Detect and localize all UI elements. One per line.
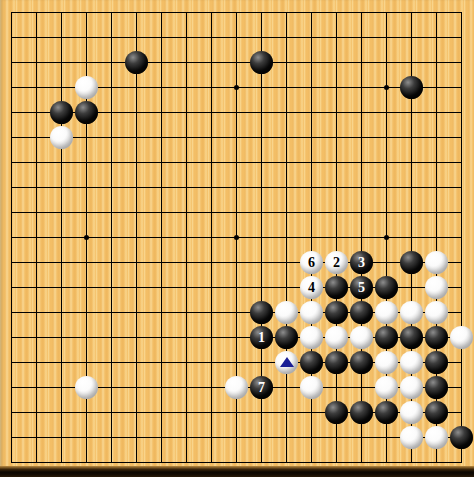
- intersection[interactable]: [424, 50, 449, 75]
- intersection[interactable]: [224, 150, 249, 175]
- intersection[interactable]: [124, 50, 149, 75]
- intersection[interactable]: [199, 75, 224, 100]
- intersection[interactable]: [324, 400, 349, 425]
- intersection[interactable]: [374, 0, 399, 25]
- intersection[interactable]: [74, 150, 99, 175]
- intersection[interactable]: [349, 425, 374, 450]
- intersection[interactable]: [124, 100, 149, 125]
- intersection[interactable]: [124, 0, 149, 25]
- intersection[interactable]: [424, 400, 449, 425]
- intersection[interactable]: [374, 250, 399, 275]
- intersection[interactable]: [24, 0, 49, 25]
- intersection[interactable]: [149, 275, 174, 300]
- intersection[interactable]: [399, 275, 424, 300]
- intersection[interactable]: [174, 175, 199, 200]
- intersection[interactable]: [74, 125, 99, 150]
- intersection[interactable]: [349, 225, 374, 250]
- intersection[interactable]: [324, 200, 349, 225]
- intersection[interactable]: [149, 50, 174, 75]
- intersection[interactable]: [49, 200, 74, 225]
- intersection[interactable]: [299, 50, 324, 75]
- intersection[interactable]: [349, 50, 374, 75]
- intersection[interactable]: [74, 350, 99, 375]
- intersection[interactable]: [299, 200, 324, 225]
- intersection[interactable]: [324, 425, 349, 450]
- intersection[interactable]: [249, 175, 274, 200]
- intersection[interactable]: [399, 150, 424, 175]
- intersection[interactable]: [449, 350, 474, 375]
- intersection[interactable]: [174, 275, 199, 300]
- intersection[interactable]: [0, 25, 24, 50]
- intersection[interactable]: [149, 25, 174, 50]
- intersection[interactable]: [224, 300, 249, 325]
- intersection[interactable]: [249, 50, 274, 75]
- intersection[interactable]: [324, 25, 349, 50]
- intersection[interactable]: [224, 50, 249, 75]
- intersection[interactable]: [224, 425, 249, 450]
- intersection[interactable]: [199, 400, 224, 425]
- intersection[interactable]: [324, 100, 349, 125]
- intersection[interactable]: [0, 400, 24, 425]
- intersection[interactable]: [49, 100, 74, 125]
- intersection[interactable]: [349, 150, 374, 175]
- intersection[interactable]: [349, 375, 374, 400]
- intersection[interactable]: [374, 150, 399, 175]
- intersection[interactable]: [449, 175, 474, 200]
- intersection[interactable]: [449, 25, 474, 50]
- intersection[interactable]: [374, 25, 399, 50]
- intersection[interactable]: [24, 175, 49, 200]
- intersection[interactable]: [174, 125, 199, 150]
- intersection[interactable]: [424, 250, 449, 275]
- intersection[interactable]: [424, 275, 449, 300]
- intersection[interactable]: [174, 100, 199, 125]
- intersection[interactable]: [424, 175, 449, 200]
- intersection[interactable]: [49, 225, 74, 250]
- intersection[interactable]: [174, 375, 199, 400]
- intersection[interactable]: [99, 425, 124, 450]
- intersection[interactable]: [24, 100, 49, 125]
- intersection[interactable]: [424, 350, 449, 375]
- intersection[interactable]: [374, 325, 399, 350]
- intersection[interactable]: [374, 225, 399, 250]
- intersection[interactable]: [424, 325, 449, 350]
- intersection[interactable]: [74, 300, 99, 325]
- intersection[interactable]: [324, 125, 349, 150]
- intersection[interactable]: [299, 350, 324, 375]
- intersection[interactable]: [399, 375, 424, 400]
- intersection[interactable]: [99, 175, 124, 200]
- intersection[interactable]: [299, 225, 324, 250]
- intersection[interactable]: [424, 150, 449, 175]
- intersection[interactable]: [399, 425, 424, 450]
- intersection[interactable]: [299, 75, 324, 100]
- intersection[interactable]: [49, 275, 74, 300]
- intersection[interactable]: [274, 325, 299, 350]
- intersection[interactable]: [299, 400, 324, 425]
- intersection[interactable]: [324, 375, 349, 400]
- intersection[interactable]: [124, 250, 149, 275]
- intersection[interactable]: [199, 25, 224, 50]
- intersection[interactable]: [249, 125, 274, 150]
- intersection[interactable]: [124, 75, 149, 100]
- intersection[interactable]: [0, 50, 24, 75]
- intersection[interactable]: [174, 250, 199, 275]
- intersection[interactable]: [249, 25, 274, 50]
- intersection[interactable]: [349, 300, 374, 325]
- intersection[interactable]: [74, 100, 99, 125]
- intersection[interactable]: [374, 300, 399, 325]
- intersection[interactable]: [399, 125, 424, 150]
- intersection[interactable]: [0, 200, 24, 225]
- intersection[interactable]: [374, 200, 399, 225]
- intersection[interactable]: [449, 275, 474, 300]
- intersection[interactable]: [374, 400, 399, 425]
- intersection[interactable]: [274, 50, 299, 75]
- intersection[interactable]: [324, 325, 349, 350]
- intersection[interactable]: [274, 175, 299, 200]
- intersection[interactable]: [174, 150, 199, 175]
- intersection[interactable]: 1: [249, 325, 274, 350]
- intersection[interactable]: [199, 225, 224, 250]
- intersection[interactable]: [274, 350, 299, 375]
- intersection[interactable]: [449, 0, 474, 25]
- intersection[interactable]: [199, 125, 224, 150]
- intersection[interactable]: [49, 75, 74, 100]
- intersection[interactable]: [24, 325, 49, 350]
- intersection[interactable]: [399, 75, 424, 100]
- intersection[interactable]: [149, 325, 174, 350]
- intersection[interactable]: [224, 200, 249, 225]
- intersection[interactable]: [374, 375, 399, 400]
- intersection[interactable]: [299, 25, 324, 50]
- intersection[interactable]: [399, 50, 424, 75]
- intersection[interactable]: [274, 150, 299, 175]
- intersection[interactable]: [74, 375, 99, 400]
- intersection[interactable]: [49, 325, 74, 350]
- intersection[interactable]: [249, 300, 274, 325]
- intersection[interactable]: [199, 275, 224, 300]
- intersection[interactable]: [199, 425, 224, 450]
- intersection[interactable]: [149, 100, 174, 125]
- intersection[interactable]: [74, 325, 99, 350]
- intersection[interactable]: [199, 150, 224, 175]
- intersection[interactable]: [49, 150, 74, 175]
- intersection[interactable]: [424, 375, 449, 400]
- intersection[interactable]: 2: [324, 250, 349, 275]
- intersection[interactable]: [449, 225, 474, 250]
- intersection[interactable]: [324, 175, 349, 200]
- intersection[interactable]: [124, 200, 149, 225]
- intersection[interactable]: [449, 425, 474, 450]
- intersection[interactable]: [99, 375, 124, 400]
- intersection[interactable]: [124, 375, 149, 400]
- intersection[interactable]: [124, 25, 149, 50]
- intersection[interactable]: [249, 200, 274, 225]
- intersection[interactable]: [49, 250, 74, 275]
- intersection[interactable]: [424, 125, 449, 150]
- intersection[interactable]: [174, 50, 199, 75]
- intersection[interactable]: 5: [349, 275, 374, 300]
- intersection[interactable]: [74, 425, 99, 450]
- intersection[interactable]: [49, 375, 74, 400]
- intersection[interactable]: [149, 400, 174, 425]
- intersection[interactable]: [399, 0, 424, 25]
- intersection[interactable]: [99, 250, 124, 275]
- intersection[interactable]: [49, 425, 74, 450]
- intersection[interactable]: [149, 375, 174, 400]
- intersection[interactable]: [99, 0, 124, 25]
- intersection[interactable]: [299, 125, 324, 150]
- intersection[interactable]: [199, 100, 224, 125]
- intersection[interactable]: [149, 175, 174, 200]
- intersection[interactable]: [324, 225, 349, 250]
- intersection[interactable]: [224, 100, 249, 125]
- intersection[interactable]: [0, 225, 24, 250]
- intersection[interactable]: [349, 175, 374, 200]
- intersection[interactable]: [274, 100, 299, 125]
- intersection[interactable]: [49, 400, 74, 425]
- intersection[interactable]: [274, 225, 299, 250]
- intersection[interactable]: [299, 300, 324, 325]
- intersection[interactable]: [49, 125, 74, 150]
- intersection[interactable]: [274, 250, 299, 275]
- intersection[interactable]: [199, 250, 224, 275]
- intersection[interactable]: [349, 350, 374, 375]
- intersection[interactable]: [99, 350, 124, 375]
- intersection[interactable]: [249, 400, 274, 425]
- intersection[interactable]: [0, 325, 24, 350]
- intersection[interactable]: [74, 50, 99, 75]
- intersection[interactable]: [24, 350, 49, 375]
- intersection[interactable]: [99, 400, 124, 425]
- intersection[interactable]: [124, 425, 149, 450]
- intersection[interactable]: [349, 200, 374, 225]
- intersection[interactable]: [374, 125, 399, 150]
- intersection[interactable]: [299, 0, 324, 25]
- intersection[interactable]: [0, 350, 24, 375]
- intersection[interactable]: [149, 300, 174, 325]
- intersection[interactable]: [0, 100, 24, 125]
- intersection[interactable]: [399, 350, 424, 375]
- intersection[interactable]: [149, 150, 174, 175]
- intersection[interactable]: [0, 250, 24, 275]
- intersection[interactable]: [174, 75, 199, 100]
- intersection[interactable]: [349, 75, 374, 100]
- intersection[interactable]: [124, 300, 149, 325]
- intersection[interactable]: [449, 125, 474, 150]
- intersection[interactable]: [224, 175, 249, 200]
- intersection[interactable]: [374, 75, 399, 100]
- intersection[interactable]: [199, 175, 224, 200]
- intersection[interactable]: [224, 25, 249, 50]
- intersection[interactable]: [199, 50, 224, 75]
- intersection[interactable]: [224, 225, 249, 250]
- intersection[interactable]: [274, 0, 299, 25]
- intersection[interactable]: [199, 0, 224, 25]
- intersection[interactable]: [324, 350, 349, 375]
- intersection[interactable]: [274, 300, 299, 325]
- intersection[interactable]: [24, 375, 49, 400]
- intersection[interactable]: [149, 0, 174, 25]
- intersection[interactable]: [224, 325, 249, 350]
- intersection[interactable]: [149, 125, 174, 150]
- intersection[interactable]: [324, 300, 349, 325]
- intersection[interactable]: [274, 200, 299, 225]
- intersection[interactable]: [0, 175, 24, 200]
- intersection[interactable]: [0, 75, 24, 100]
- intersection[interactable]: [249, 250, 274, 275]
- intersection[interactable]: [224, 375, 249, 400]
- intersection[interactable]: [224, 0, 249, 25]
- intersection[interactable]: [174, 350, 199, 375]
- intersection[interactable]: [224, 250, 249, 275]
- intersection[interactable]: [124, 400, 149, 425]
- intersection[interactable]: [449, 75, 474, 100]
- intersection[interactable]: 7: [249, 375, 274, 400]
- intersection[interactable]: [149, 425, 174, 450]
- intersection[interactable]: [424, 200, 449, 225]
- intersection[interactable]: [49, 350, 74, 375]
- intersection[interactable]: [349, 125, 374, 150]
- intersection[interactable]: [0, 125, 24, 150]
- intersection[interactable]: [449, 200, 474, 225]
- intersection[interactable]: [424, 300, 449, 325]
- intersection[interactable]: [424, 225, 449, 250]
- intersection[interactable]: [224, 275, 249, 300]
- intersection[interactable]: [49, 300, 74, 325]
- intersection[interactable]: [199, 300, 224, 325]
- intersection[interactable]: [174, 0, 199, 25]
- intersection[interactable]: [449, 100, 474, 125]
- intersection[interactable]: [249, 425, 274, 450]
- intersection[interactable]: [249, 275, 274, 300]
- intersection[interactable]: [299, 150, 324, 175]
- intersection[interactable]: [349, 25, 374, 50]
- intersection[interactable]: 3: [349, 250, 374, 275]
- intersection[interactable]: [99, 200, 124, 225]
- intersection[interactable]: [99, 225, 124, 250]
- intersection[interactable]: [99, 325, 124, 350]
- intersection[interactable]: [424, 425, 449, 450]
- intersection[interactable]: [124, 325, 149, 350]
- intersection[interactable]: [249, 75, 274, 100]
- intersection[interactable]: [324, 150, 349, 175]
- intersection[interactable]: [99, 275, 124, 300]
- intersection[interactable]: [249, 100, 274, 125]
- intersection[interactable]: [249, 150, 274, 175]
- intersection[interactable]: [324, 275, 349, 300]
- intersection[interactable]: [0, 275, 24, 300]
- intersection[interactable]: [399, 25, 424, 50]
- intersection[interactable]: [299, 425, 324, 450]
- intersection[interactable]: [349, 0, 374, 25]
- intersection[interactable]: [0, 425, 24, 450]
- intersection[interactable]: [374, 100, 399, 125]
- intersection[interactable]: [249, 0, 274, 25]
- intersection[interactable]: 4: [299, 275, 324, 300]
- intersection[interactable]: [449, 325, 474, 350]
- intersection[interactable]: [199, 350, 224, 375]
- intersection[interactable]: [99, 300, 124, 325]
- intersection[interactable]: [124, 125, 149, 150]
- intersection[interactable]: [124, 150, 149, 175]
- intersection[interactable]: [74, 25, 99, 50]
- intersection[interactable]: [349, 100, 374, 125]
- intersection[interactable]: [324, 50, 349, 75]
- intersection[interactable]: [49, 0, 74, 25]
- intersection[interactable]: [449, 300, 474, 325]
- intersection[interactable]: [374, 50, 399, 75]
- intersection[interactable]: [74, 75, 99, 100]
- intersection[interactable]: [199, 200, 224, 225]
- intersection[interactable]: [0, 0, 24, 25]
- intersection[interactable]: [24, 25, 49, 50]
- intersection[interactable]: [424, 75, 449, 100]
- intersection[interactable]: [374, 175, 399, 200]
- intersection[interactable]: [399, 225, 424, 250]
- intersection[interactable]: [174, 425, 199, 450]
- intersection[interactable]: [24, 250, 49, 275]
- intersection[interactable]: [124, 225, 149, 250]
- intersection[interactable]: [349, 400, 374, 425]
- intersection[interactable]: [399, 400, 424, 425]
- intersection[interactable]: [449, 150, 474, 175]
- intersection[interactable]: [149, 225, 174, 250]
- intersection[interactable]: [274, 125, 299, 150]
- intersection[interactable]: [174, 200, 199, 225]
- intersection[interactable]: [24, 75, 49, 100]
- intersection[interactable]: [24, 50, 49, 75]
- intersection[interactable]: [174, 400, 199, 425]
- intersection[interactable]: [449, 50, 474, 75]
- intersection[interactable]: [224, 125, 249, 150]
- intersection[interactable]: [24, 275, 49, 300]
- intersection[interactable]: [124, 275, 149, 300]
- intersection[interactable]: [24, 225, 49, 250]
- intersection[interactable]: [99, 125, 124, 150]
- intersection[interactable]: [374, 350, 399, 375]
- intersection[interactable]: [174, 225, 199, 250]
- intersection[interactable]: [74, 200, 99, 225]
- intersection[interactable]: [274, 425, 299, 450]
- intersection[interactable]: [399, 100, 424, 125]
- intersection[interactable]: [274, 375, 299, 400]
- intersection[interactable]: [149, 250, 174, 275]
- intersection[interactable]: [224, 400, 249, 425]
- intersection[interactable]: [399, 175, 424, 200]
- intersection[interactable]: [399, 200, 424, 225]
- intersection[interactable]: [224, 350, 249, 375]
- intersection[interactable]: [99, 150, 124, 175]
- intersection[interactable]: [299, 325, 324, 350]
- intersection[interactable]: [424, 0, 449, 25]
- intersection[interactable]: [274, 25, 299, 50]
- intersection[interactable]: [49, 175, 74, 200]
- intersection[interactable]: [274, 400, 299, 425]
- intersection[interactable]: [74, 250, 99, 275]
- intersection[interactable]: [424, 25, 449, 50]
- intersection[interactable]: [149, 350, 174, 375]
- intersection[interactable]: [149, 200, 174, 225]
- intersection[interactable]: [249, 350, 274, 375]
- intersection[interactable]: [224, 75, 249, 100]
- intersection[interactable]: [299, 375, 324, 400]
- intersection[interactable]: [324, 0, 349, 25]
- intersection[interactable]: 6: [299, 250, 324, 275]
- intersection[interactable]: [24, 300, 49, 325]
- intersection[interactable]: [74, 400, 99, 425]
